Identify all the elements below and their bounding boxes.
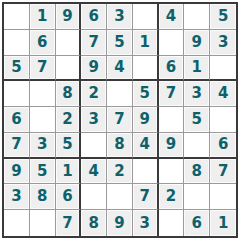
cell-r4c3[interactable]: 8 (56, 81, 82, 107)
cell-r2c8[interactable]: 9 (184, 30, 210, 56)
cell-r4c4[interactable]: 2 (81, 81, 107, 107)
cell-r2c9[interactable]: 3 (210, 30, 236, 56)
cell-r5c5[interactable]: 7 (107, 107, 133, 133)
cell-r1c5[interactable]: 3 (107, 4, 133, 30)
cell-r8c7[interactable]: 2 (159, 184, 185, 210)
cell-r7c7[interactable] (159, 159, 185, 185)
cell-r3c2[interactable]: 7 (30, 56, 56, 82)
cell-r5c8[interactable]: 5 (184, 107, 210, 133)
cell-r1c8[interactable] (184, 4, 210, 30)
cell-r1c2[interactable]: 1 (30, 4, 56, 30)
cell-r9c8[interactable]: 6 (184, 210, 210, 236)
cell-r6c7[interactable]: 9 (159, 133, 185, 159)
cell-r2c4[interactable]: 7 (81, 30, 107, 56)
cell-r2c7[interactable] (159, 30, 185, 56)
cell-r7c6[interactable] (133, 159, 159, 185)
cell-r5c2[interactable] (30, 107, 56, 133)
cell-r2c6[interactable]: 1 (133, 30, 159, 56)
cell-r1c3[interactable]: 9 (56, 4, 82, 30)
cell-r2c1[interactable] (4, 30, 30, 56)
cell-r9c3[interactable]: 7 (56, 210, 82, 236)
cell-r6c1[interactable]: 7 (4, 133, 30, 159)
cell-r3c7[interactable]: 6 (159, 56, 185, 82)
cell-r9c2[interactable] (30, 210, 56, 236)
cell-r8c1[interactable]: 3 (4, 184, 30, 210)
cell-r8c4[interactable] (81, 184, 107, 210)
cell-r5c4[interactable]: 3 (81, 107, 107, 133)
cell-r7c3[interactable]: 1 (56, 159, 82, 185)
cell-r1c1[interactable] (4, 4, 30, 30)
cell-r5c1[interactable]: 6 (4, 107, 30, 133)
cell-r1c7[interactable]: 4 (159, 4, 185, 30)
cell-r1c4[interactable]: 6 (81, 4, 107, 30)
cell-r6c2[interactable]: 3 (30, 133, 56, 159)
cell-r9c4[interactable]: 8 (81, 210, 107, 236)
cell-r9c9[interactable]: 1 (210, 210, 236, 236)
sudoku-board: 1963456751935794618257346237957358496951… (2, 2, 238, 238)
sudoku-screen: 1963456751935794618257346237957358496951… (0, 0, 240, 240)
cell-r8c2[interactable]: 8 (30, 184, 56, 210)
cell-r3c4[interactable]: 9 (81, 56, 107, 82)
cell-r7c4[interactable]: 4 (81, 159, 107, 185)
cell-r6c4[interactable] (81, 133, 107, 159)
cell-r6c3[interactable]: 5 (56, 133, 82, 159)
cell-r2c2[interactable]: 6 (30, 30, 56, 56)
cell-r1c6[interactable] (133, 4, 159, 30)
cell-r2c5[interactable]: 5 (107, 30, 133, 56)
cell-r8c5[interactable] (107, 184, 133, 210)
cell-r8c6[interactable]: 7 (133, 184, 159, 210)
cell-r5c7[interactable] (159, 107, 185, 133)
cell-r4c5[interactable] (107, 81, 133, 107)
cell-r7c2[interactable]: 5 (30, 159, 56, 185)
cell-r4c9[interactable]: 4 (210, 81, 236, 107)
cell-r7c5[interactable]: 2 (107, 159, 133, 185)
cell-r5c3[interactable]: 2 (56, 107, 82, 133)
cell-r3c9[interactable] (210, 56, 236, 82)
cell-r1c9[interactable]: 5 (210, 4, 236, 30)
cell-r8c8[interactable] (184, 184, 210, 210)
cell-r3c5[interactable]: 4 (107, 56, 133, 82)
cell-r6c8[interactable] (184, 133, 210, 159)
cell-r7c9[interactable]: 7 (210, 159, 236, 185)
cell-r2c3[interactable] (56, 30, 82, 56)
cell-r4c7[interactable]: 7 (159, 81, 185, 107)
cell-r4c8[interactable]: 3 (184, 81, 210, 107)
cell-r5c9[interactable] (210, 107, 236, 133)
cell-r9c5[interactable]: 9 (107, 210, 133, 236)
cell-r3c3[interactable] (56, 56, 82, 82)
cell-r6c9[interactable]: 6 (210, 133, 236, 159)
cell-r9c7[interactable] (159, 210, 185, 236)
cell-r3c6[interactable] (133, 56, 159, 82)
cell-r7c8[interactable]: 8 (184, 159, 210, 185)
cell-r8c3[interactable]: 6 (56, 184, 82, 210)
cell-r3c8[interactable]: 1 (184, 56, 210, 82)
cell-r8c9[interactable] (210, 184, 236, 210)
cell-r6c5[interactable]: 8 (107, 133, 133, 159)
cell-r3c1[interactable]: 5 (4, 56, 30, 82)
cell-r9c6[interactable]: 3 (133, 210, 159, 236)
cell-r9c1[interactable] (4, 210, 30, 236)
cell-r5c6[interactable]: 9 (133, 107, 159, 133)
cell-r4c1[interactable] (4, 81, 30, 107)
cell-r6c6[interactable]: 4 (133, 133, 159, 159)
cell-r4c2[interactable] (30, 81, 56, 107)
cell-r7c1[interactable]: 9 (4, 159, 30, 185)
cell-r4c6[interactable]: 5 (133, 81, 159, 107)
